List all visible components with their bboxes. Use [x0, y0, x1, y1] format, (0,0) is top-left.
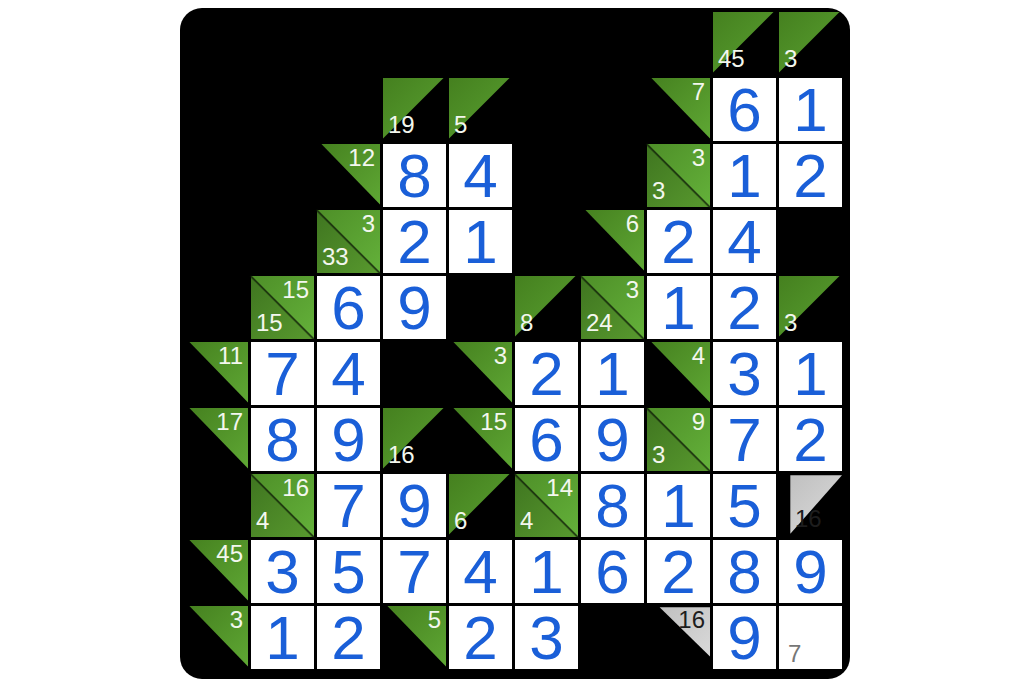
clue-cell-r7c9: 16 — [779, 474, 842, 537]
down-clue-number: 4 — [520, 509, 533, 533]
down-clue-number: 3 — [784, 311, 797, 335]
digit: 4 — [727, 210, 761, 273]
block-cell-r2c6 — [581, 144, 644, 207]
block-cell-r0c4 — [449, 12, 512, 75]
digit: 1 — [793, 342, 827, 405]
clue-cell-r7c1: 164 — [251, 474, 314, 537]
block-cell-r4c4 — [449, 276, 512, 339]
answer-cell-r7c2[interactable]: 7 — [317, 474, 380, 537]
kakuro-grid: 4531957611284331233321624151569832412311… — [185, 12, 842, 669]
digit: 9 — [397, 276, 431, 339]
block-cell-r5c3 — [383, 342, 446, 405]
down-clue-number: 6 — [454, 509, 467, 533]
answer-cell-r4c2[interactable]: 6 — [317, 276, 380, 339]
answer-cell-r9c8[interactable]: 9 — [713, 606, 776, 669]
digit: 1 — [661, 276, 695, 339]
answer-cell-r6c8[interactable]: 7 — [713, 408, 776, 471]
across-clue-number: 4 — [692, 344, 705, 368]
down-clue-number: 4 — [256, 509, 269, 533]
block-cell-r0c2 — [317, 12, 380, 75]
clue-cell-r7c5: 144 — [515, 474, 578, 537]
across-clue-number: 3 — [362, 212, 375, 236]
clue-cell-r6c0: 17 — [185, 408, 248, 471]
answer-cell-r7c8[interactable]: 5 — [713, 474, 776, 537]
clue-cell-r4c9: 3 — [779, 276, 842, 339]
digit: 7 — [397, 540, 431, 603]
block-cell-r1c0 — [185, 78, 248, 141]
clue-cell-r2c2: 12 — [317, 144, 380, 207]
answer-cell-r4c3[interactable]: 9 — [383, 276, 446, 339]
across-clue-number: 45 — [216, 542, 243, 566]
answer-cell-r9c5[interactable]: 3 — [515, 606, 578, 669]
digit: 1 — [265, 606, 299, 669]
answer-cell-r9c9[interactable]: 7 — [779, 606, 842, 669]
clue-cell-r4c6: 324 — [581, 276, 644, 339]
across-clue-number: 16 — [678, 608, 705, 632]
block-cell-r1c2 — [317, 78, 380, 141]
answer-cell-r6c1[interactable]: 8 — [251, 408, 314, 471]
digit: 4 — [463, 144, 497, 207]
digit: 6 — [331, 276, 365, 339]
block-cell-r0c6 — [581, 12, 644, 75]
across-clue-number: 7 — [692, 80, 705, 104]
digit: 1 — [727, 144, 761, 207]
answer-cell-r8c1[interactable]: 3 — [251, 540, 314, 603]
across-clue-number: 17 — [216, 410, 243, 434]
block-cell-r0c5 — [515, 12, 578, 75]
across-clue-number: 14 — [546, 476, 573, 500]
across-clue-number: 16 — [282, 476, 309, 500]
digit: 8 — [595, 474, 629, 537]
answer-cell-r9c1[interactable]: 1 — [251, 606, 314, 669]
answer-cell-r5c8[interactable]: 3 — [713, 342, 776, 405]
answer-cell-r8c3[interactable]: 7 — [383, 540, 446, 603]
digit: 8 — [727, 540, 761, 603]
digit: 6 — [727, 78, 761, 141]
digit: 6 — [529, 408, 563, 471]
answer-cell-r2c8[interactable]: 1 — [713, 144, 776, 207]
answer-cell-r8c2[interactable]: 5 — [317, 540, 380, 603]
pencil-mark: 7 — [788, 642, 801, 666]
digit: 2 — [793, 144, 827, 207]
clue-cell-r1c7: 7 — [647, 78, 710, 141]
down-clue-number: 5 — [454, 113, 467, 137]
digit: 1 — [661, 474, 695, 537]
down-clue-number: 24 — [586, 311, 613, 335]
clue-cell-r6c7: 93 — [647, 408, 710, 471]
clue-cell-r1c3: 19 — [383, 78, 446, 141]
answer-cell-r8c5[interactable]: 1 — [515, 540, 578, 603]
clue-cell-r2c7: 33 — [647, 144, 710, 207]
clue-cell-r8c0: 45 — [185, 540, 248, 603]
down-clue-number: 45 — [718, 47, 745, 71]
answer-cell-r3c7[interactable]: 2 — [647, 210, 710, 273]
digit: 2 — [463, 606, 497, 669]
answer-cell-r8c7[interactable]: 2 — [647, 540, 710, 603]
down-clue-number: 3 — [784, 47, 797, 71]
answer-cell-r8c9[interactable]: 9 — [779, 540, 842, 603]
clue-cell-r3c2: 333 — [317, 210, 380, 273]
digit: 2 — [793, 408, 827, 471]
clue-cell-r7c4: 6 — [449, 474, 512, 537]
digit: 4 — [463, 540, 497, 603]
down-clue-number: 3 — [652, 443, 665, 467]
answer-cell-r3c3[interactable]: 2 — [383, 210, 446, 273]
digit: 3 — [529, 606, 563, 669]
answer-cell-r8c8[interactable]: 8 — [713, 540, 776, 603]
block-cell-r0c3 — [383, 12, 446, 75]
answer-cell-r2c9[interactable]: 2 — [779, 144, 842, 207]
block-cell-r2c1 — [251, 144, 314, 207]
answer-cell-r4c8[interactable]: 2 — [713, 276, 776, 339]
block-cell-r0c7 — [647, 12, 710, 75]
answer-cell-r1c8[interactable]: 6 — [713, 78, 776, 141]
digit: 3 — [265, 540, 299, 603]
clue-cell-r5c4: 3 — [449, 342, 512, 405]
answer-cell-r7c3[interactable]: 9 — [383, 474, 446, 537]
block-cell-r1c6 — [581, 78, 644, 141]
block-cell-r0c0 — [185, 12, 248, 75]
answer-cell-r9c4[interactable]: 2 — [449, 606, 512, 669]
clue-cell-r4c5: 8 — [515, 276, 578, 339]
block-cell-r1c1 — [251, 78, 314, 141]
down-clue-number: 19 — [388, 113, 415, 137]
clue-cell-r3c6: 6 — [581, 210, 644, 273]
answer-cell-r1c9[interactable]: 1 — [779, 78, 842, 141]
across-clue-number: 9 — [692, 410, 705, 434]
across-clue-number: 15 — [282, 278, 309, 302]
answer-cell-r8c6[interactable]: 6 — [581, 540, 644, 603]
answer-cell-r8c4[interactable]: 4 — [449, 540, 512, 603]
digit: 1 — [463, 210, 497, 273]
across-clue-number: 15 — [480, 410, 507, 434]
clue-cell-r0c9: 3 — [779, 12, 842, 75]
across-clue-number: 11 — [218, 344, 243, 368]
down-clue-number: 16 — [388, 443, 415, 467]
across-clue-number: 3 — [626, 278, 639, 302]
clue-cell-r0c8: 45 — [713, 12, 776, 75]
digit: 6 — [595, 540, 629, 603]
down-clue-number: 15 — [256, 311, 283, 335]
kakuro-board: 4531957611284331233321624151569832412311… — [180, 8, 850, 679]
answer-cell-r2c4[interactable]: 4 — [449, 144, 512, 207]
digit: 3 — [727, 342, 761, 405]
clue-cell-r5c0: 11 — [185, 342, 248, 405]
digit: 8 — [265, 408, 299, 471]
clue-cell-r9c7: 16 — [647, 606, 710, 669]
answer-cell-r3c4[interactable]: 1 — [449, 210, 512, 273]
clue-cell-r6c3: 16 — [383, 408, 446, 471]
clue-cell-r9c0: 3 — [185, 606, 248, 669]
answer-cell-r7c7[interactable]: 1 — [647, 474, 710, 537]
answer-cell-r5c9[interactable]: 1 — [779, 342, 842, 405]
down-clue-number: 8 — [520, 311, 533, 335]
digit: 5 — [331, 540, 365, 603]
down-clue-number: 16 — [795, 507, 822, 531]
across-clue-number: 3 — [230, 608, 243, 632]
answer-cell-r6c2[interactable]: 9 — [317, 408, 380, 471]
answer-cell-r6c6[interactable]: 9 — [581, 408, 644, 471]
clue-cell-r4c1: 1515 — [251, 276, 314, 339]
digit: 1 — [793, 78, 827, 141]
digit: 4 — [331, 342, 365, 405]
digit: 2 — [397, 210, 431, 273]
answer-cell-r4c7[interactable]: 1 — [647, 276, 710, 339]
across-clue-number: 3 — [692, 146, 705, 170]
down-clue-number: 33 — [322, 245, 349, 269]
digit: 2 — [727, 276, 761, 339]
digit: 2 — [661, 540, 695, 603]
block-cell-r7c0 — [185, 474, 248, 537]
clue-cell-r9c3: 5 — [383, 606, 446, 669]
digit: 9 — [727, 606, 761, 669]
digit: 5 — [727, 474, 761, 537]
digit: 2 — [529, 342, 563, 405]
digit: 9 — [595, 408, 629, 471]
block-cell-r3c1 — [251, 210, 314, 273]
answer-cell-r3c8[interactable]: 4 — [713, 210, 776, 273]
answer-cell-r9c2[interactable]: 2 — [317, 606, 380, 669]
digit: 1 — [595, 342, 629, 405]
digit: 7 — [727, 408, 761, 471]
digit: 7 — [265, 342, 299, 405]
answer-cell-r5c1[interactable]: 7 — [251, 342, 314, 405]
answer-cell-r5c5[interactable]: 2 — [515, 342, 578, 405]
block-cell-r3c5 — [515, 210, 578, 273]
down-clue-number: 3 — [652, 179, 665, 203]
across-clue-number: 5 — [428, 608, 441, 632]
answer-cell-r7c6[interactable]: 8 — [581, 474, 644, 537]
clue-cell-r6c4: 15 — [449, 408, 512, 471]
digit: 9 — [331, 408, 365, 471]
block-cell-r2c5 — [515, 144, 578, 207]
answer-cell-r2c3[interactable]: 8 — [383, 144, 446, 207]
answer-cell-r6c5[interactable]: 6 — [515, 408, 578, 471]
block-cell-r0c1 — [251, 12, 314, 75]
digit: 1 — [529, 540, 563, 603]
answer-cell-r5c2[interactable]: 4 — [317, 342, 380, 405]
digit: 2 — [661, 210, 695, 273]
digit: 9 — [397, 474, 431, 537]
block-cell-r2c0 — [185, 144, 248, 207]
block-cell-r1c5 — [515, 78, 578, 141]
block-cell-r9c6 — [581, 606, 644, 669]
digit: 7 — [331, 474, 365, 537]
block-cell-r3c0 — [185, 210, 248, 273]
answer-cell-r5c6[interactable]: 1 — [581, 342, 644, 405]
across-clue-number: 6 — [626, 212, 639, 236]
clue-cell-r5c7: 4 — [647, 342, 710, 405]
answer-cell-r6c9[interactable]: 2 — [779, 408, 842, 471]
digit: 8 — [397, 144, 431, 207]
block-cell-r3c9 — [779, 210, 842, 273]
clue-cell-r1c4: 5 — [449, 78, 512, 141]
digit: 2 — [331, 606, 365, 669]
digit: 9 — [793, 540, 827, 603]
across-clue-number: 12 — [348, 146, 375, 170]
across-clue-number: 3 — [494, 344, 507, 368]
block-cell-r4c0 — [185, 276, 248, 339]
